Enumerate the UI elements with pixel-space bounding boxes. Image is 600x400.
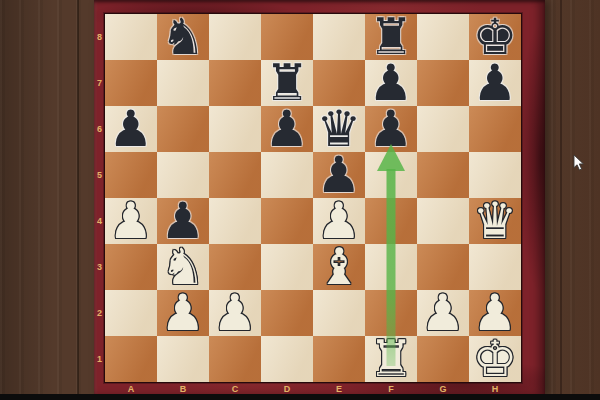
piece-white-rook-f1: ♜ <box>369 336 414 382</box>
square-e6[interactable]: ♛ <box>313 106 365 152</box>
square-g6[interactable] <box>417 106 469 152</box>
piece-black-queen-e6: ♛ <box>317 106 362 152</box>
square-f5[interactable] <box>365 152 417 198</box>
square-b3[interactable]: ♞ <box>157 244 209 290</box>
square-d6[interactable]: ♟ <box>261 106 313 152</box>
square-g5[interactable] <box>417 152 469 198</box>
square-d5[interactable] <box>261 152 313 198</box>
square-g3[interactable] <box>417 244 469 290</box>
square-c4[interactable] <box>209 198 261 244</box>
piece-white-bishop-e3: ♝ <box>317 244 362 290</box>
square-e2[interactable] <box>313 290 365 336</box>
square-f8[interactable]: ♜ <box>365 14 417 60</box>
square-a8[interactable] <box>105 14 157 60</box>
piece-black-pawn-h7: ♟ <box>473 60 518 106</box>
piece-black-pawn-f7: ♟ <box>369 60 414 106</box>
square-g1[interactable] <box>417 336 469 382</box>
piece-black-rook-f8: ♜ <box>369 14 414 60</box>
wood-plank-seam-right <box>560 0 562 400</box>
square-b8[interactable]: ♞ <box>157 14 209 60</box>
piece-black-pawn-e5: ♟ <box>317 152 362 198</box>
square-d2[interactable] <box>261 290 313 336</box>
piece-white-pawn-c2: ♟ <box>213 290 258 336</box>
piece-white-pawn-g2: ♟ <box>421 290 466 336</box>
square-h4[interactable]: ♛ <box>469 198 521 244</box>
square-a6[interactable]: ♟ <box>105 106 157 152</box>
bottom-black-bar <box>0 394 600 400</box>
wood-plank-seam-left <box>77 0 79 400</box>
rank-labels: 87654321 <box>94 14 105 382</box>
square-c6[interactable] <box>209 106 261 152</box>
square-h8[interactable]: ♚ <box>469 14 521 60</box>
square-e8[interactable] <box>313 14 365 60</box>
piece-black-pawn-d6: ♟ <box>265 106 310 152</box>
square-g4[interactable] <box>417 198 469 244</box>
square-e1[interactable] <box>313 336 365 382</box>
piece-black-pawn-b4: ♟ <box>161 198 206 244</box>
square-e5[interactable]: ♟ <box>313 152 365 198</box>
square-b1[interactable] <box>157 336 209 382</box>
square-c5[interactable] <box>209 152 261 198</box>
square-c1[interactable] <box>209 336 261 382</box>
rank-label-8: 8 <box>94 14 105 60</box>
square-e4[interactable]: ♟ <box>313 198 365 244</box>
square-g2[interactable]: ♟ <box>417 290 469 336</box>
piece-black-king-h8: ♚ <box>473 14 518 60</box>
square-b5[interactable] <box>157 152 209 198</box>
square-d3[interactable] <box>261 244 313 290</box>
square-a7[interactable] <box>105 60 157 106</box>
square-f6[interactable]: ♟ <box>365 106 417 152</box>
piece-white-pawn-b2: ♟ <box>161 290 206 336</box>
piece-white-knight-b3: ♞ <box>161 244 206 290</box>
piece-white-king-h1: ♚ <box>473 336 518 382</box>
square-a4[interactable]: ♟ <box>105 198 157 244</box>
square-e7[interactable] <box>313 60 365 106</box>
square-f2[interactable] <box>365 290 417 336</box>
square-f3[interactable] <box>365 244 417 290</box>
square-h6[interactable] <box>469 106 521 152</box>
piece-black-knight-b8: ♞ <box>161 14 206 60</box>
square-c7[interactable] <box>209 60 261 106</box>
piece-black-pawn-f6: ♟ <box>369 106 414 152</box>
rank-label-7: 7 <box>94 60 105 106</box>
square-a5[interactable] <box>105 152 157 198</box>
square-a2[interactable] <box>105 290 157 336</box>
rank-label-2: 2 <box>94 290 105 336</box>
square-h3[interactable] <box>469 244 521 290</box>
square-b6[interactable] <box>157 106 209 152</box>
square-b2[interactable]: ♟ <box>157 290 209 336</box>
rank-label-5: 5 <box>94 152 105 198</box>
app-window: 87654321 ♞♜♚♜♟♟♟♟♛♟♟♟♟♟♛♞♝♟♟♟♟♜♚ ABCDEFG… <box>0 0 600 400</box>
piece-white-queen-h4: ♛ <box>473 198 518 244</box>
square-f1[interactable]: ♜ <box>365 336 417 382</box>
square-d7[interactable]: ♜ <box>261 60 313 106</box>
square-c3[interactable] <box>209 244 261 290</box>
chessboard-frame: 87654321 ♞♜♚♜♟♟♟♟♛♟♟♟♟♟♛♞♝♟♟♟♟♜♚ ABCDEFG… <box>94 0 545 396</box>
square-c8[interactable] <box>209 14 261 60</box>
square-d8[interactable] <box>261 14 313 60</box>
square-g8[interactable] <box>417 14 469 60</box>
square-a3[interactable] <box>105 244 157 290</box>
piece-black-pawn-a6: ♟ <box>109 106 154 152</box>
square-d1[interactable] <box>261 336 313 382</box>
square-f7[interactable]: ♟ <box>365 60 417 106</box>
board: ♞♜♚♜♟♟♟♟♛♟♟♟♟♟♛♞♝♟♟♟♟♜♚ <box>105 14 521 382</box>
square-f4[interactable] <box>365 198 417 244</box>
rank-label-4: 4 <box>94 198 105 244</box>
mouse-cursor <box>573 154 586 172</box>
square-h7[interactable]: ♟ <box>469 60 521 106</box>
piece-white-pawn-e4: ♟ <box>317 198 362 244</box>
square-d4[interactable] <box>261 198 313 244</box>
rank-label-3: 3 <box>94 244 105 290</box>
piece-white-pawn-a4: ♟ <box>109 198 154 244</box>
square-a1[interactable] <box>105 336 157 382</box>
square-h1[interactable]: ♚ <box>469 336 521 382</box>
piece-black-rook-d7: ♜ <box>265 60 310 106</box>
square-e3[interactable]: ♝ <box>313 244 365 290</box>
rank-label-6: 6 <box>94 106 105 152</box>
square-h2[interactable]: ♟ <box>469 290 521 336</box>
square-g7[interactable] <box>417 60 469 106</box>
square-h5[interactable] <box>469 152 521 198</box>
square-b7[interactable] <box>157 60 209 106</box>
piece-white-pawn-h2: ♟ <box>473 290 518 336</box>
square-c2[interactable]: ♟ <box>209 290 261 336</box>
square-b4[interactable]: ♟ <box>157 198 209 244</box>
rank-label-1: 1 <box>94 336 105 382</box>
